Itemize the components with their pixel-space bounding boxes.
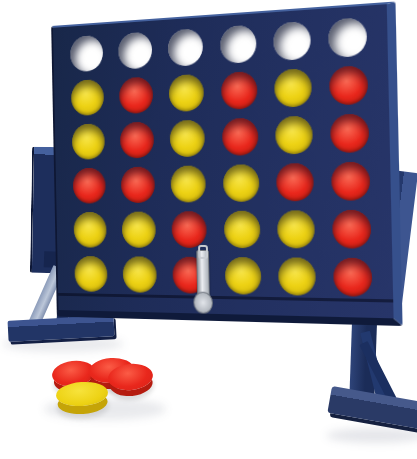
board-assembly	[51, 1, 409, 331]
disc-red	[331, 161, 370, 200]
board-cell-r3c4	[213, 112, 267, 160]
giant-connect-four-photo	[0, 0, 417, 459]
disc-yellow	[74, 256, 107, 292]
disc-yellow	[123, 256, 157, 292]
board-cell-r2c1	[63, 74, 112, 120]
disc-yellow	[71, 79, 104, 116]
hole-empty	[70, 34, 103, 71]
board-cell-r2c2	[111, 71, 162, 118]
disc-yellow	[277, 210, 315, 248]
board-cell-r1c3	[160, 23, 212, 72]
disc-yellow	[71, 123, 104, 159]
disc-yellow	[223, 210, 260, 247]
floor-shadow-right-stand	[326, 428, 417, 443]
hole-empty	[220, 24, 257, 63]
hole-empty	[118, 31, 152, 69]
board-cell-r6c5	[269, 252, 325, 300]
disc-yellow	[169, 73, 204, 111]
disc-red	[333, 257, 372, 296]
disc-red	[221, 71, 258, 110]
board-cell-r6c2	[114, 251, 165, 296]
connect-four-board	[51, 1, 402, 326]
board-cell-r4c2	[113, 161, 164, 207]
board-cell-r5c4	[215, 206, 269, 253]
disc-yellow	[73, 211, 106, 247]
board-cell-r1c4	[211, 19, 265, 68]
board-cell-r6c4	[216, 252, 270, 299]
disc-red	[329, 65, 368, 105]
disc-red	[120, 121, 154, 158]
disc-yellow	[223, 164, 260, 202]
disc-yellow	[275, 115, 313, 154]
board-cell-r5c5	[268, 205, 324, 253]
board-cell-r2c6	[320, 60, 378, 111]
disc-red	[121, 166, 155, 203]
metal-latch	[192, 246, 211, 312]
latch-plate	[193, 292, 213, 314]
disc-yellow	[274, 68, 312, 108]
board-cell-r4c5	[267, 157, 323, 205]
disc-yellow	[278, 257, 316, 295]
board-cell-r6c6	[324, 253, 382, 302]
board-cell-r3c2	[112, 116, 163, 162]
board-cell-r4c3	[162, 160, 214, 206]
disc-red	[72, 167, 105, 203]
board-cell-r2c3	[161, 68, 213, 116]
disc-yellow	[224, 257, 261, 295]
disc-yellow	[170, 119, 205, 157]
board-cell-r4c1	[65, 163, 114, 208]
disc-yellow	[171, 165, 206, 202]
right-stand-base	[327, 386, 417, 429]
board-grid	[62, 11, 382, 301]
board-cell-r5c6	[323, 204, 381, 252]
board-cell-r1c5	[264, 15, 320, 65]
board-cell-r3c3	[162, 114, 214, 161]
board-cell-r5c2	[114, 207, 165, 252]
board-cell-r5c1	[65, 207, 114, 251]
disc-red	[119, 76, 153, 114]
disc-red	[332, 209, 371, 248]
disc-red	[330, 113, 369, 153]
board-cell-r4c6	[322, 156, 380, 205]
board-cell-r1c2	[110, 26, 161, 74]
board-cell-r3c6	[321, 108, 379, 158]
board-cell-r6c1	[66, 251, 115, 296]
board-cell-r3c1	[64, 118, 113, 164]
disc-yellow	[122, 211, 156, 247]
hole-empty	[328, 17, 367, 58]
board-cell-r2c5	[265, 63, 321, 113]
disc-red	[222, 117, 259, 155]
latch-strap	[196, 250, 210, 298]
board-cell-r1c6	[319, 11, 377, 62]
disc-red	[276, 162, 314, 201]
hole-empty	[168, 28, 203, 67]
hole-empty	[273, 20, 311, 60]
disc-red	[172, 211, 208, 248]
board-cell-r1c1	[62, 30, 111, 77]
board-cell-r2c4	[212, 66, 266, 115]
board-cell-r3c5	[266, 110, 322, 159]
board-cell-r4c4	[214, 159, 268, 206]
